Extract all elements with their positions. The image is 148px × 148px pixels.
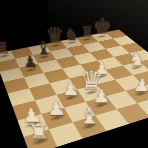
chess-app-window: ♜♛♞♜♚♝♟♟♞♟♛♟♟♟♟♟♜♝♚ <box>0 0 148 148</box>
pieces-layer: ♜♛♞♜♚♝♟♟♞♟♛♟♟♟♟♟♜♝♚ <box>0 30 148 148</box>
white-bishop-glyph: ♝ <box>63 104 117 126</box>
white-rook-glyph: ♜ <box>9 121 67 141</box>
scene: ♜♛♞♜♚♝♟♟♞♟♛♟♟♟♟♟♜♝♚ <box>0 0 148 148</box>
chess-board[interactable]: ♜♛♞♜♚♝♟♟♞♟♛♟♟♟♟♟♜♝♚ <box>0 30 148 148</box>
black-pawn-glyph: ♟ <box>9 54 51 70</box>
